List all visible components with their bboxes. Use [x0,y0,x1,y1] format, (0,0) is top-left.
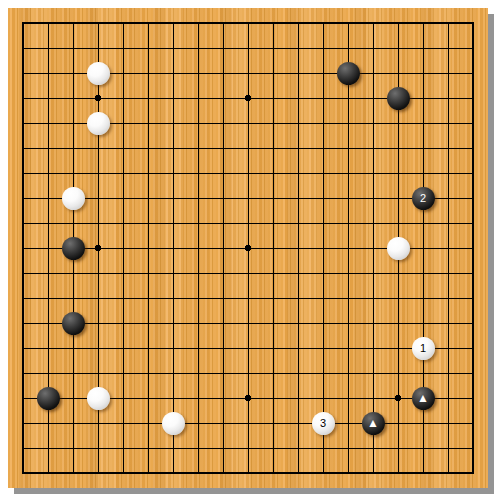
stone-black-b4 [37,387,60,410]
stone-white-q10 [387,237,410,260]
move-number-label: 1 [420,343,426,354]
stone-white-d17 [87,62,110,85]
triangle-marker-icon: ▲ [367,417,379,429]
stone-black-r12: 2 [412,187,435,210]
stone-black-p3: ▲ [362,412,385,435]
page-background: 21▲▲3 [0,0,500,500]
stone-white-n3: 3 [312,412,335,435]
stone-white-g3 [162,412,185,435]
move-number-label: 3 [320,418,326,429]
go-board[interactable]: 21▲▲3 [8,8,488,488]
stones-layer: 21▲▲3 [8,8,488,488]
stone-black-c10 [62,237,85,260]
stone-black-o17 [337,62,360,85]
stone-black-r4: ▲ [412,387,435,410]
stone-white-r6: 1 [412,337,435,360]
stone-white-d15 [87,112,110,135]
stone-white-c12 [62,187,85,210]
stone-white-d4 [87,387,110,410]
move-number-label: 2 [420,193,426,204]
stone-black-q16 [387,87,410,110]
triangle-marker-icon: ▲ [417,392,429,404]
stone-black-c7 [62,312,85,335]
